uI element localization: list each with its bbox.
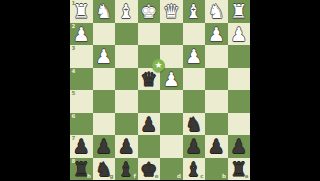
square-e6[interactable]: ♟: [138, 113, 161, 136]
square-a3[interactable]: [228, 45, 251, 68]
black-pawn-piece: ♟: [93, 135, 116, 158]
rank-label-6: 6: [72, 114, 76, 120]
square-a7[interactable]: ♟: [228, 135, 251, 158]
square-g1[interactable]: ♞: [93, 0, 116, 23]
rank-label-3: 3: [72, 46, 76, 52]
square-g7[interactable]: ♟: [93, 135, 116, 158]
square-f8[interactable]: ♝f: [115, 158, 138, 181]
square-g2[interactable]: [93, 23, 116, 46]
square-e2[interactable]: [138, 23, 161, 46]
square-f6[interactable]: [115, 113, 138, 136]
square-g5[interactable]: [93, 90, 116, 113]
white-rook-piece: ♜: [70, 0, 93, 23]
white-knight-piece: ♞: [93, 0, 116, 23]
square-e5[interactable]: [138, 90, 161, 113]
white-rook-piece: ♜: [228, 0, 251, 23]
square-c5[interactable]: [183, 90, 206, 113]
square-c4[interactable]: [183, 68, 206, 91]
square-b4[interactable]: [205, 68, 228, 91]
square-c1[interactable]: ♝: [183, 0, 206, 23]
square-c2[interactable]: [183, 23, 206, 46]
white-pawn-piece: ♟: [93, 45, 116, 68]
square-f2[interactable]: [115, 23, 138, 46]
square-h6[interactable]: 6: [70, 113, 93, 136]
black-pawn-piece: ♟: [228, 135, 251, 158]
black-pawn-piece: ♟: [138, 113, 161, 136]
square-b5[interactable]: [205, 90, 228, 113]
white-knight-piece: ♞: [205, 0, 228, 23]
file-label-d: d: [177, 174, 181, 180]
square-a5[interactable]: [228, 90, 251, 113]
square-g6[interactable]: [93, 113, 116, 136]
square-d5[interactable]: [160, 90, 183, 113]
square-h4[interactable]: 4: [70, 68, 93, 91]
square-d1[interactable]: ♛: [160, 0, 183, 23]
square-a4[interactable]: [228, 68, 251, 91]
white-bishop-piece: ♝: [115, 0, 138, 23]
black-rook-piece: ♜: [228, 158, 251, 181]
square-d8[interactable]: d: [160, 158, 183, 181]
black-knight-piece: ♞: [93, 158, 116, 181]
white-king-piece: ♚: [138, 0, 161, 23]
square-b7[interactable]: ♟: [205, 135, 228, 158]
square-g3[interactable]: ♟: [93, 45, 116, 68]
square-d4[interactable]: ♟: [160, 68, 183, 91]
best-move-star-badge: ★: [152, 59, 165, 72]
video-frame: ♜1♞♝♚♛♝♞♜♟2♟♟3♟♟4♛♟56♟♞♟7♟♟♟♟♟♜8h♞g♝f♚ed…: [0, 0, 320, 180]
square-c6[interactable]: ♞: [183, 113, 206, 136]
black-bishop-piece: ♝: [183, 158, 206, 181]
square-f1[interactable]: ♝: [115, 0, 138, 23]
white-pawn-piece: ♟: [228, 23, 251, 46]
square-b2[interactable]: ♟: [205, 23, 228, 46]
square-a1[interactable]: ♜: [228, 0, 251, 23]
black-pawn-piece: ♟: [205, 135, 228, 158]
square-f7[interactable]: ♟: [115, 135, 138, 158]
square-h2[interactable]: ♟2: [70, 23, 93, 46]
black-knight-piece: ♞: [183, 113, 206, 136]
black-pawn-piece: ♟: [115, 135, 138, 158]
file-label-b: b: [222, 174, 226, 180]
white-pawn-piece: ♟: [183, 45, 206, 68]
square-h1[interactable]: ♜1: [70, 0, 93, 23]
white-pawn-piece: ♟: [205, 23, 228, 46]
square-f5[interactable]: [115, 90, 138, 113]
rank-label-5: 5: [72, 91, 76, 97]
chess-board[interactable]: ♜1♞♝♚♛♝♞♜♟2♟♟3♟♟4♛♟56♟♞♟7♟♟♟♟♟♜8h♞g♝f♚ed…: [70, 0, 250, 180]
square-b6[interactable]: [205, 113, 228, 136]
square-f4[interactable]: [115, 68, 138, 91]
letterbox-right: [250, 0, 320, 180]
white-bishop-piece: ♝: [183, 0, 206, 23]
white-pawn-piece: ♟: [160, 68, 183, 91]
square-b3[interactable]: [205, 45, 228, 68]
square-b8[interactable]: b: [205, 158, 228, 181]
square-h5[interactable]: 5: [70, 90, 93, 113]
square-d2[interactable]: [160, 23, 183, 46]
black-king-piece: ♚: [138, 158, 161, 181]
square-e8[interactable]: ♚e: [138, 158, 161, 181]
rank-label-4: 4: [72, 69, 76, 75]
star-icon: ★: [154, 61, 162, 70]
square-h8[interactable]: ♜8h: [70, 158, 93, 181]
square-h7[interactable]: ♟7: [70, 135, 93, 158]
square-e1[interactable]: ♚: [138, 0, 161, 23]
black-bishop-piece: ♝: [115, 158, 138, 181]
square-h3[interactable]: 3: [70, 45, 93, 68]
black-pawn-piece: ♟: [183, 135, 206, 158]
square-a2[interactable]: ♟: [228, 23, 251, 46]
square-e7[interactable]: [138, 135, 161, 158]
white-queen-piece: ♛: [160, 0, 183, 23]
square-g8[interactable]: ♞g: [93, 158, 116, 181]
black-rook-piece: ♜: [70, 158, 93, 181]
letterbox-left: [0, 0, 70, 180]
square-c7[interactable]: ♟: [183, 135, 206, 158]
square-g4[interactable]: [93, 68, 116, 91]
square-a6[interactable]: [228, 113, 251, 136]
square-c3[interactable]: ♟: [183, 45, 206, 68]
square-b1[interactable]: ♞: [205, 0, 228, 23]
black-pawn-piece: ♟: [70, 135, 93, 158]
white-pawn-piece: ♟: [70, 23, 93, 46]
square-a8[interactable]: ♜a: [228, 158, 251, 181]
square-f3[interactable]: [115, 45, 138, 68]
square-d6[interactable]: [160, 113, 183, 136]
square-c8[interactable]: ♝c: [183, 158, 206, 181]
square-d7[interactable]: [160, 135, 183, 158]
